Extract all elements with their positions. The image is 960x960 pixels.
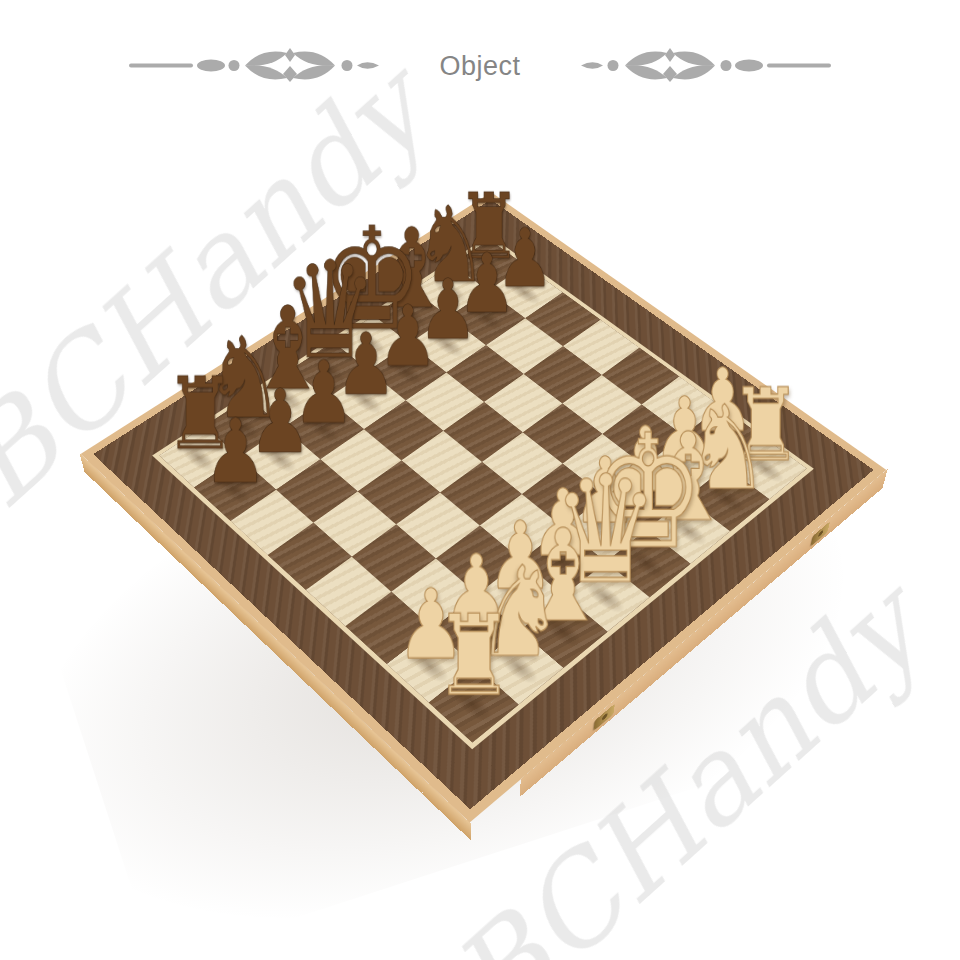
product-photo-stage: Object ♜♟♟♜♞♟♟♞♝♟♟♝♚♟♟♚♛♟♟♛♝♟♟♝♞♟♟♞♜♟♟♜ … [0, 0, 960, 960]
black-pawn-a7: ♟ [203, 407, 267, 496]
square-a7: ♟ [194, 457, 276, 521]
right-flourish-ornament-icon [579, 44, 831, 88]
white-rook-a1: ♜ [434, 601, 514, 712]
header: Object [0, 44, 960, 88]
square-a1: ♜ [429, 666, 519, 743]
page-title: Object [439, 51, 520, 82]
left-flourish-ornament-icon [129, 44, 381, 88]
